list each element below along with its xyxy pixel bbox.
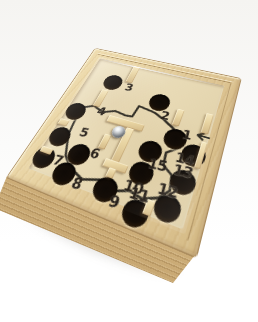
photo-scene: 123456789101112131415 [0,0,258,322]
hole-number-3: 3 [123,83,134,93]
hole-number-6: 6 [88,147,101,162]
hole-number-12: 12 [156,181,179,201]
hole-number-7: 7 [51,153,65,168]
hole-number-4: 4 [95,106,107,118]
hole-number-9: 9 [106,193,121,211]
hole-number-1: 1 [181,128,192,142]
hole-number-15: 15 [146,157,168,175]
hole-number-2: 2 [159,110,170,122]
hole-number-14: 14 [174,151,196,169]
hole-number-5: 5 [77,126,90,139]
hole-number-8: 8 [69,176,84,193]
hole-number-11: 11 [127,185,150,205]
